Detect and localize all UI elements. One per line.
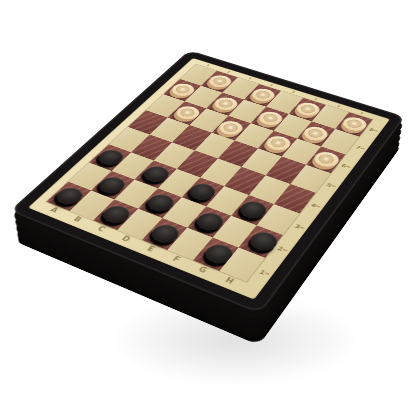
board-photo: ABCDEFGH 87654321 xyxy=(0,0,416,416)
file-label: C xyxy=(84,219,118,239)
file-label: G xyxy=(185,259,221,281)
rank-label: 2 xyxy=(266,235,294,262)
square-C3[interactable] xyxy=(134,161,176,189)
square-E2[interactable] xyxy=(162,197,206,227)
black-checker[interactable] xyxy=(52,185,87,207)
black-checker[interactable] xyxy=(139,163,173,184)
square-D2[interactable] xyxy=(138,188,182,218)
square-H3[interactable] xyxy=(257,204,300,235)
square-F1[interactable] xyxy=(167,228,212,261)
square-F4[interactable] xyxy=(224,167,265,195)
file-label: E xyxy=(134,239,169,260)
rank-label: 1 xyxy=(247,258,277,286)
square-F3[interactable] xyxy=(206,186,249,216)
square-H1[interactable] xyxy=(219,248,265,282)
square-B1[interactable] xyxy=(70,190,115,220)
rank-label: 4 xyxy=(301,193,327,217)
square-G2[interactable] xyxy=(213,216,257,248)
black-checker[interactable] xyxy=(99,203,135,226)
file-label: B xyxy=(61,210,95,229)
square-B2[interactable] xyxy=(91,171,134,200)
file-label: D xyxy=(109,229,143,249)
black-checker[interactable] xyxy=(192,210,227,233)
board-tray: ABCDEFGH 87654321 xyxy=(10,50,405,314)
black-checker[interactable] xyxy=(95,174,129,195)
black-checker[interactable] xyxy=(246,229,282,253)
square-F2[interactable] xyxy=(187,206,231,237)
white-checker[interactable] xyxy=(310,149,342,169)
black-checker[interactable] xyxy=(201,241,237,266)
square-C1[interactable] xyxy=(93,199,138,230)
black-checker[interactable] xyxy=(185,181,219,203)
black-checker[interactable] xyxy=(143,191,178,213)
file-label: A xyxy=(38,201,71,220)
square-G3[interactable] xyxy=(231,195,274,225)
square-C2[interactable] xyxy=(114,180,158,209)
square-A2[interactable] xyxy=(68,163,111,191)
square-G1[interactable] xyxy=(193,237,239,270)
square-E1[interactable] xyxy=(142,218,187,250)
square-A1[interactable] xyxy=(47,182,92,211)
black-checker[interactable] xyxy=(94,147,127,167)
square-H5[interactable] xyxy=(290,165,330,193)
square-D1[interactable] xyxy=(117,209,162,240)
file-label: F xyxy=(159,249,194,270)
square-E3[interactable] xyxy=(182,177,225,206)
rank-label: 3 xyxy=(284,214,311,240)
square-H4[interactable] xyxy=(274,184,316,213)
square-H2[interactable] xyxy=(239,225,283,258)
file-label: H xyxy=(212,270,248,292)
square-E4[interactable] xyxy=(200,158,241,186)
rank-label: 5 xyxy=(316,174,341,197)
black-checker[interactable] xyxy=(236,198,270,221)
square-G4[interactable] xyxy=(249,175,291,204)
square-D3[interactable] xyxy=(158,169,200,197)
black-checker[interactable] xyxy=(147,221,183,245)
